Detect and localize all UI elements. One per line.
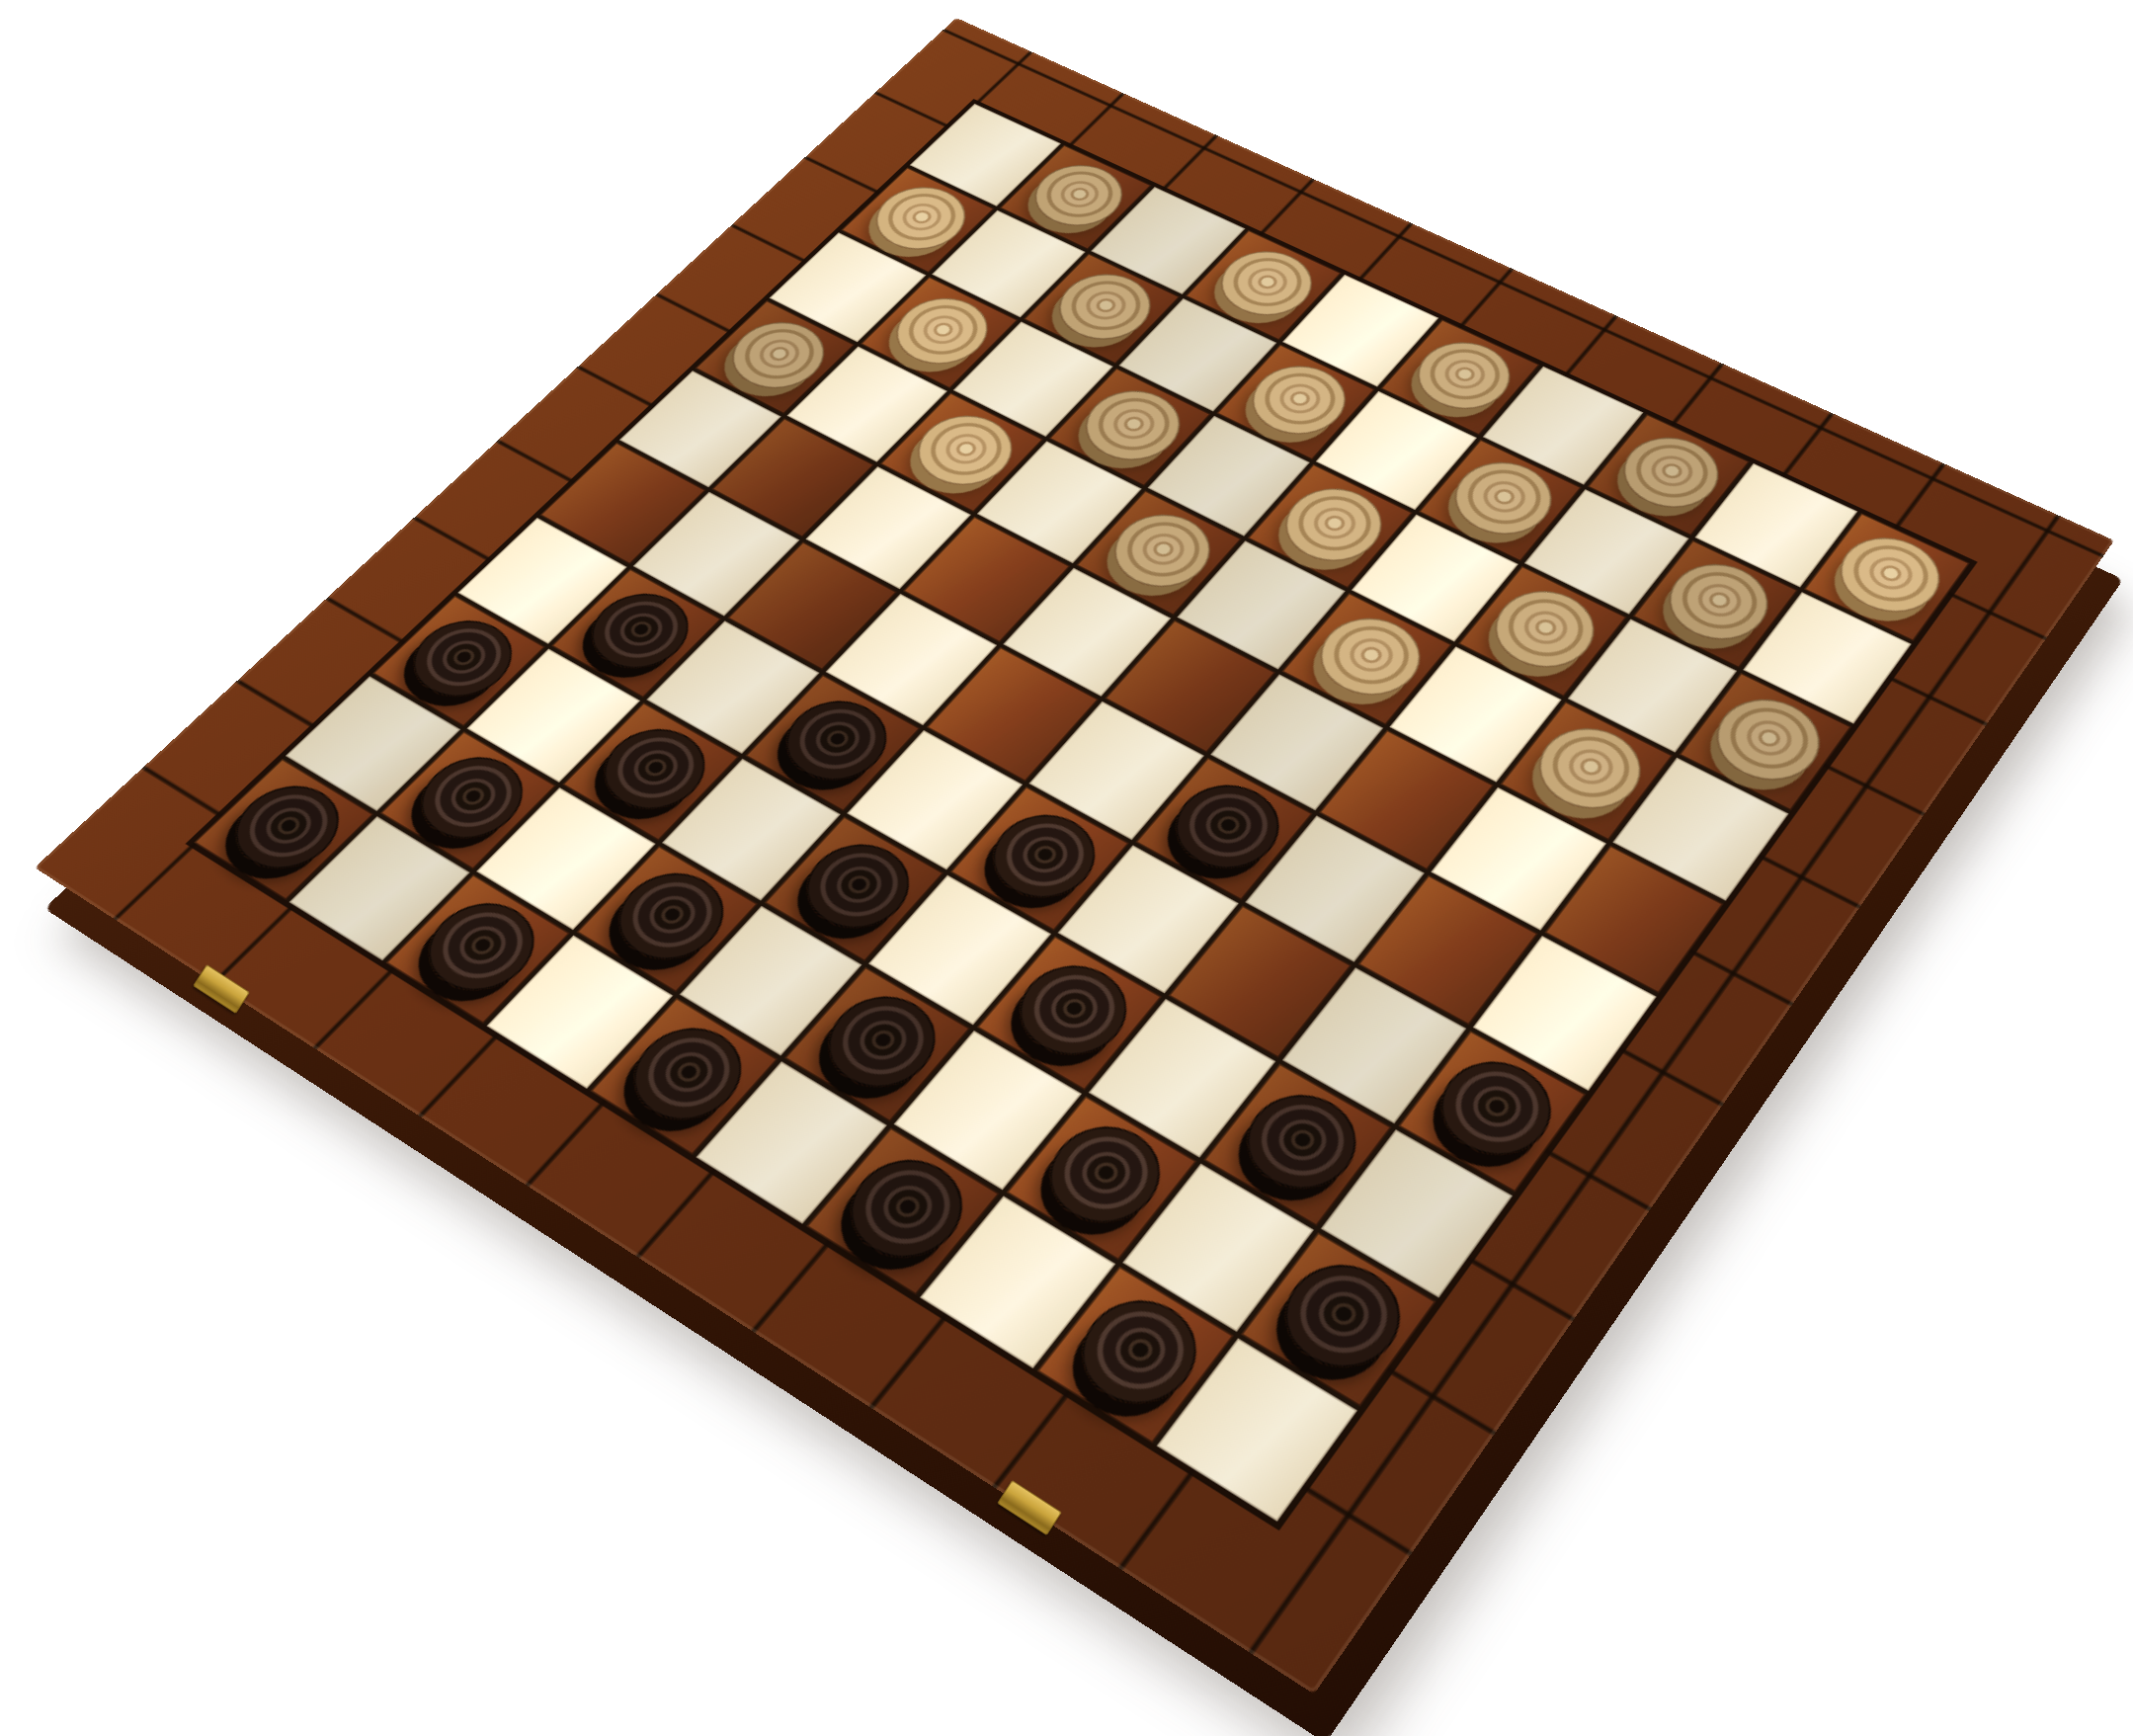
photo-scene — [0, 0, 2133, 1736]
board-grid — [194, 104, 1969, 1522]
draughts-board — [35, 18, 2114, 1695]
